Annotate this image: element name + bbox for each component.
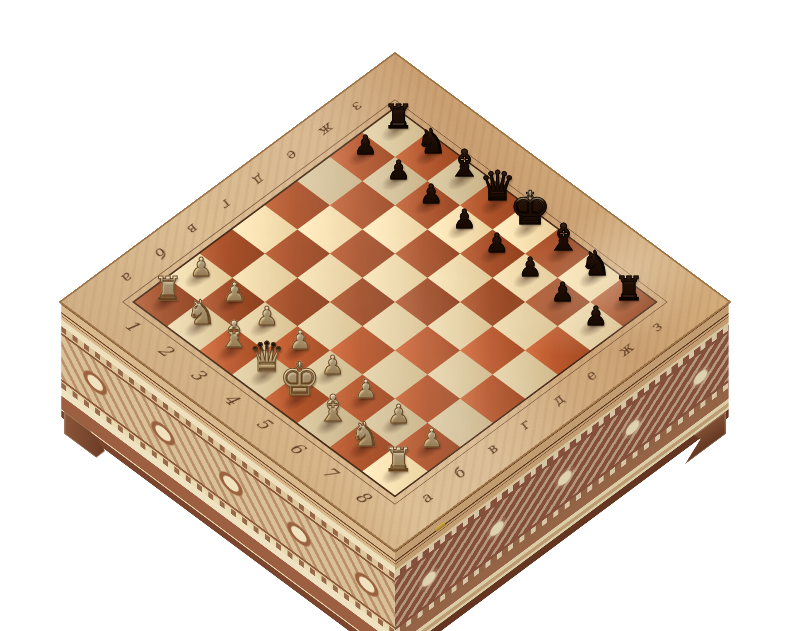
rank-label: 3 bbox=[187, 366, 211, 384]
file-label: д bbox=[250, 171, 272, 187]
chess-box: ♜♟♞♟♝♟♛♟♚♟♝♟♟♞♜♟♟♜♞♟♟♝♟♛♟♚♟♝♟♞♟♜ 1234567… bbox=[61, 54, 729, 550]
piece-glyph: ♟ bbox=[572, 303, 620, 329]
box-foot bbox=[398, 625, 439, 631]
box-foot bbox=[685, 411, 726, 464]
rank-label: 8 bbox=[351, 488, 375, 506]
file-label: г bbox=[514, 417, 534, 432]
file-label: а bbox=[118, 269, 139, 285]
rank-label: 5 bbox=[252, 415, 276, 433]
file-label: д bbox=[546, 392, 568, 408]
box-foot bbox=[64, 411, 105, 464]
file-label: в bbox=[481, 441, 502, 457]
file-label: е bbox=[579, 368, 600, 384]
file-label: з bbox=[348, 99, 369, 114]
piece-glyph: ♟ bbox=[539, 279, 587, 305]
file-label: б bbox=[151, 245, 172, 261]
piece-glyph: ♜ bbox=[375, 443, 423, 476]
rank-label: 6 bbox=[285, 439, 309, 457]
file-label: а bbox=[415, 490, 436, 506]
file-label: ж bbox=[612, 340, 637, 359]
rank-label: 1 bbox=[121, 317, 145, 335]
file-label: ж bbox=[315, 120, 340, 139]
rank-label: 4 bbox=[219, 390, 243, 408]
file-label: в bbox=[184, 221, 205, 237]
file-label: г bbox=[217, 197, 237, 212]
rank-label: 7 bbox=[318, 463, 342, 481]
file-label: з bbox=[645, 319, 666, 334]
piece-glyph: ♜ bbox=[605, 272, 653, 305]
file-label: е bbox=[282, 147, 303, 163]
photo-scene: ♜♟♞♟♝♟♛♟♚♟♝♟♟♞♜♟♟♜♞♟♟♝♟♛♟♚♟♝♟♞♟♜ 1234567… bbox=[0, 0, 799, 631]
brass-hinge-icon bbox=[436, 521, 445, 533]
rank-label: 2 bbox=[154, 341, 178, 359]
file-label: б bbox=[448, 465, 469, 481]
box-foot bbox=[351, 625, 392, 631]
